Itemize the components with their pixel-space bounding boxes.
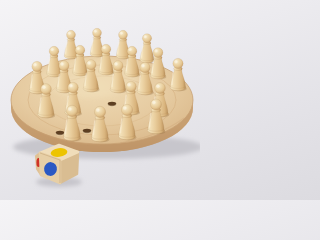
peg-hole bbox=[108, 102, 117, 106]
pawn-piece[interactable] bbox=[170, 58, 186, 91]
pawn-piece[interactable] bbox=[140, 34, 155, 64]
pawn-piece[interactable] bbox=[151, 48, 167, 80]
peg-hole bbox=[56, 131, 65, 135]
scene-svg bbox=[0, 0, 200, 200]
product-photo bbox=[0, 0, 200, 200]
color-die[interactable] bbox=[36, 145, 82, 187]
peg-hole bbox=[83, 129, 92, 133]
